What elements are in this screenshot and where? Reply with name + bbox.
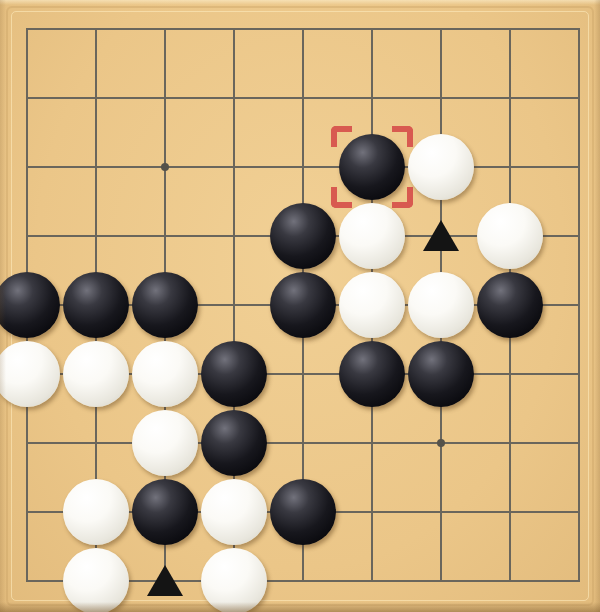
black-stone bbox=[339, 341, 405, 407]
intersection-j5[interactable] bbox=[545, 271, 600, 340]
intersection-b9[interactable] bbox=[62, 0, 131, 64]
intersection-b2[interactable] bbox=[62, 478, 131, 547]
black-stone bbox=[339, 134, 405, 200]
intersection-c3[interactable] bbox=[131, 409, 200, 478]
intersection-e5[interactable] bbox=[269, 271, 338, 340]
intersection-h4[interactable] bbox=[476, 340, 545, 409]
intersection-b1[interactable] bbox=[62, 547, 131, 612]
intersection-f5[interactable] bbox=[338, 271, 407, 340]
intersection-e6[interactable] bbox=[269, 202, 338, 271]
white-stone bbox=[477, 203, 543, 269]
intersection-g2[interactable] bbox=[407, 478, 476, 547]
black-stone bbox=[201, 341, 267, 407]
intersection-g7[interactable] bbox=[407, 133, 476, 202]
intersection-d8[interactable] bbox=[200, 64, 269, 133]
intersection-j6[interactable] bbox=[545, 202, 600, 271]
intersection-j2[interactable] bbox=[545, 478, 600, 547]
intersection-d6[interactable] bbox=[200, 202, 269, 271]
intersection-g5[interactable] bbox=[407, 271, 476, 340]
black-stone bbox=[270, 479, 336, 545]
intersection-a5[interactable] bbox=[0, 271, 62, 340]
intersection-a8[interactable] bbox=[0, 64, 62, 133]
intersection-e7[interactable] bbox=[269, 133, 338, 202]
white-stone bbox=[0, 341, 60, 407]
white-stone bbox=[63, 548, 129, 612]
intersection-c4[interactable] bbox=[131, 340, 200, 409]
intersection-f6[interactable] bbox=[338, 202, 407, 271]
white-stone bbox=[132, 410, 198, 476]
black-stone bbox=[201, 410, 267, 476]
black-stone bbox=[63, 272, 129, 338]
intersection-d7[interactable] bbox=[200, 133, 269, 202]
intersection-d5[interactable] bbox=[200, 271, 269, 340]
intersection-f8[interactable] bbox=[338, 64, 407, 133]
intersection-h1[interactable] bbox=[476, 547, 545, 612]
intersection-j4[interactable] bbox=[545, 340, 600, 409]
intersection-d4[interactable] bbox=[200, 340, 269, 409]
intersection-a3[interactable] bbox=[0, 409, 62, 478]
intersection-j8[interactable] bbox=[545, 64, 600, 133]
intersection-a4[interactable] bbox=[0, 340, 62, 409]
intersection-h3[interactable] bbox=[476, 409, 545, 478]
intersection-g8[interactable] bbox=[407, 64, 476, 133]
intersection-h8[interactable] bbox=[476, 64, 545, 133]
intersection-a1[interactable] bbox=[0, 547, 62, 612]
white-stone bbox=[63, 341, 129, 407]
white-stone bbox=[408, 272, 474, 338]
white-stone bbox=[408, 134, 474, 200]
white-stone bbox=[339, 203, 405, 269]
intersection-f4[interactable] bbox=[338, 340, 407, 409]
intersection-h5[interactable] bbox=[476, 271, 545, 340]
intersection-b8[interactable] bbox=[62, 64, 131, 133]
intersection-h9[interactable] bbox=[476, 0, 545, 64]
white-stone bbox=[132, 341, 198, 407]
black-stone bbox=[270, 203, 336, 269]
intersection-f2[interactable] bbox=[338, 478, 407, 547]
white-stone bbox=[63, 479, 129, 545]
intersection-e8[interactable] bbox=[269, 64, 338, 133]
intersection-d1[interactable] bbox=[200, 547, 269, 612]
intersection-b4[interactable] bbox=[62, 340, 131, 409]
black-stone bbox=[0, 272, 60, 338]
intersection-e4[interactable] bbox=[269, 340, 338, 409]
black-stone bbox=[477, 272, 543, 338]
go-board bbox=[0, 0, 600, 612]
intersection-a7[interactable] bbox=[0, 133, 62, 202]
intersection-c9[interactable] bbox=[131, 0, 200, 64]
intersection-j3[interactable] bbox=[545, 409, 600, 478]
intersection-b3[interactable] bbox=[62, 409, 131, 478]
intersection-b6[interactable] bbox=[62, 202, 131, 271]
intersection-g6[interactable] bbox=[407, 202, 476, 271]
intersection-j7[interactable] bbox=[545, 133, 600, 202]
intersection-h7[interactable] bbox=[476, 133, 545, 202]
intersection-e9[interactable] bbox=[269, 0, 338, 64]
intersection-f3[interactable] bbox=[338, 409, 407, 478]
intersection-a6[interactable] bbox=[0, 202, 62, 271]
white-stone bbox=[339, 272, 405, 338]
intersection-c8[interactable] bbox=[131, 64, 200, 133]
intersection-h6[interactable] bbox=[476, 202, 545, 271]
intersection-f9[interactable] bbox=[338, 0, 407, 64]
intersection-e1[interactable] bbox=[269, 547, 338, 612]
intersection-e2[interactable] bbox=[269, 478, 338, 547]
intersection-d3[interactable] bbox=[200, 409, 269, 478]
intersection-b7[interactable] bbox=[62, 133, 131, 202]
intersection-c2[interactable] bbox=[131, 478, 200, 547]
black-stone bbox=[270, 272, 336, 338]
intersection-g1[interactable] bbox=[407, 547, 476, 612]
intersection-g4[interactable] bbox=[407, 340, 476, 409]
black-stone bbox=[132, 479, 198, 545]
triangle-mark bbox=[423, 220, 459, 251]
intersection-a9[interactable] bbox=[0, 0, 62, 64]
intersection-c1[interactable] bbox=[131, 547, 200, 612]
black-stone bbox=[408, 341, 474, 407]
black-stone bbox=[132, 272, 198, 338]
intersection-j9[interactable] bbox=[545, 0, 600, 64]
intersection-b5[interactable] bbox=[62, 271, 131, 340]
board-intersections bbox=[0, 0, 600, 612]
intersection-f1[interactable] bbox=[338, 547, 407, 612]
intersection-c6[interactable] bbox=[131, 202, 200, 271]
triangle-mark bbox=[147, 565, 183, 596]
intersection-a2[interactable] bbox=[0, 478, 62, 547]
intersection-d9[interactable] bbox=[200, 0, 269, 64]
intersection-c5[interactable] bbox=[131, 271, 200, 340]
intersection-g9[interactable] bbox=[407, 0, 476, 64]
intersection-h2[interactable] bbox=[476, 478, 545, 547]
intersection-d2[interactable] bbox=[200, 478, 269, 547]
intersection-c7[interactable] bbox=[131, 133, 200, 202]
intersection-f7[interactable] bbox=[338, 133, 407, 202]
intersection-g3[interactable] bbox=[407, 409, 476, 478]
intersection-e3[interactable] bbox=[269, 409, 338, 478]
white-stone bbox=[201, 548, 267, 612]
intersection-j1[interactable] bbox=[545, 547, 600, 612]
white-stone bbox=[201, 479, 267, 545]
